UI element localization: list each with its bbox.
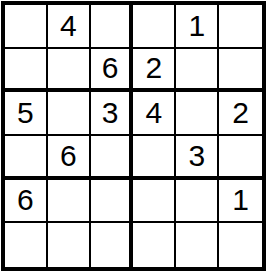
cell-r1c6[interactable] bbox=[219, 5, 262, 49]
cell-r3c6[interactable]: 2 bbox=[219, 92, 262, 136]
cell-r5c5[interactable] bbox=[176, 180, 219, 224]
cell-r4c4[interactable] bbox=[133, 136, 176, 180]
cell-r4c5[interactable]: 3 bbox=[176, 136, 219, 180]
cell-r1c1[interactable] bbox=[5, 5, 48, 49]
cell-r6c1[interactable] bbox=[5, 223, 48, 267]
cell-r5c3[interactable] bbox=[91, 180, 134, 224]
cell-r1c2[interactable]: 4 bbox=[48, 5, 91, 49]
cell-r4c6[interactable] bbox=[219, 136, 262, 180]
cell-r3c2[interactable] bbox=[48, 92, 91, 136]
cell-r2c1[interactable] bbox=[5, 49, 48, 93]
cell-r5c6[interactable]: 1 bbox=[219, 180, 262, 224]
cell-r2c4[interactable]: 2 bbox=[133, 49, 176, 93]
cell-r1c5[interactable]: 1 bbox=[176, 5, 219, 49]
cell-r3c1[interactable]: 5 bbox=[5, 92, 48, 136]
cell-r1c4[interactable] bbox=[133, 5, 176, 49]
cell-r6c3[interactable] bbox=[91, 223, 134, 267]
cell-r2c5[interactable] bbox=[176, 49, 219, 93]
cell-r2c2[interactable] bbox=[48, 49, 91, 93]
cell-r2c6[interactable] bbox=[219, 49, 262, 93]
cell-r5c2[interactable] bbox=[48, 180, 91, 224]
cell-r4c2[interactable]: 6 bbox=[48, 136, 91, 180]
cell-r3c5[interactable] bbox=[176, 92, 219, 136]
cell-r3c3[interactable]: 3 bbox=[91, 92, 134, 136]
page-background: 416253426361 bbox=[0, 0, 267, 273]
cell-r4c3[interactable] bbox=[91, 136, 134, 180]
cell-r1c3[interactable] bbox=[91, 5, 134, 49]
cell-r5c4[interactable] bbox=[133, 180, 176, 224]
sudoku-board: 416253426361 bbox=[1, 1, 266, 271]
cell-r4c1[interactable] bbox=[5, 136, 48, 180]
cell-r3c4[interactable]: 4 bbox=[133, 92, 176, 136]
cell-r2c3[interactable]: 6 bbox=[91, 49, 134, 93]
cell-r6c5[interactable] bbox=[176, 223, 219, 267]
cell-r6c4[interactable] bbox=[133, 223, 176, 267]
cell-r6c6[interactable] bbox=[219, 223, 262, 267]
cell-r6c2[interactable] bbox=[48, 223, 91, 267]
cell-r5c1[interactable]: 6 bbox=[5, 180, 48, 224]
